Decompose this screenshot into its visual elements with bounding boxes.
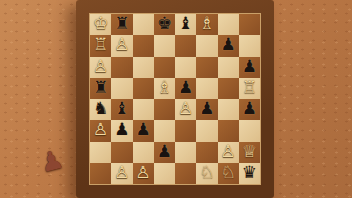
square-d1[interactable] bbox=[154, 163, 175, 184]
black-knight-piece[interactable]: ♞ bbox=[93, 100, 108, 117]
white-knight-piece[interactable]: ♘ bbox=[199, 164, 214, 181]
square-h7[interactable] bbox=[239, 35, 260, 56]
black-pawn-piece[interactable]: ♟ bbox=[136, 121, 151, 138]
square-c2[interactable] bbox=[133, 142, 154, 163]
white-pawn-piece[interactable]: ♙ bbox=[221, 143, 236, 160]
white-pawn-piece[interactable]: ♙ bbox=[114, 164, 129, 181]
square-c8[interactable] bbox=[133, 14, 154, 35]
black-pawn-piece[interactable]: ♟ bbox=[178, 79, 193, 96]
square-b6[interactable] bbox=[111, 57, 132, 78]
square-b4[interactable]: ♝ bbox=[111, 99, 132, 120]
white-pawn-piece[interactable]: ♙ bbox=[93, 58, 108, 75]
square-d2[interactable]: ♟ bbox=[154, 142, 175, 163]
square-f8[interactable]: ♗ bbox=[196, 14, 217, 35]
black-king-piece[interactable]: ♚ bbox=[157, 15, 172, 32]
square-g3[interactable] bbox=[218, 120, 239, 141]
white-king-piece[interactable]: ♔ bbox=[93, 15, 108, 32]
black-pawn-piece[interactable]: ♟ bbox=[242, 100, 257, 117]
square-e5[interactable]: ♟ bbox=[175, 78, 196, 99]
black-rook-piece[interactable]: ♜ bbox=[93, 79, 108, 96]
square-e2[interactable] bbox=[175, 142, 196, 163]
square-b8[interactable]: ♜ bbox=[111, 14, 132, 35]
square-b5[interactable] bbox=[111, 78, 132, 99]
square-a6[interactable]: ♙ bbox=[90, 57, 111, 78]
square-e4[interactable]: ♙ bbox=[175, 99, 196, 120]
square-c1[interactable]: ♙ bbox=[133, 163, 154, 184]
white-pawn-piece[interactable]: ♙ bbox=[136, 164, 151, 181]
square-a4[interactable]: ♞ bbox=[90, 99, 111, 120]
square-b3[interactable]: ♟ bbox=[111, 120, 132, 141]
square-c6[interactable] bbox=[133, 57, 154, 78]
white-queen-piece[interactable]: ♕ bbox=[242, 143, 257, 160]
square-g7[interactable]: ♟ bbox=[218, 35, 239, 56]
square-a7[interactable]: ♖ bbox=[90, 35, 111, 56]
captured-red-pawn-piece[interactable]: ♟ bbox=[37, 146, 66, 177]
white-pawn-piece[interactable]: ♙ bbox=[93, 121, 108, 138]
square-h6[interactable]: ♟ bbox=[239, 57, 260, 78]
square-f3[interactable] bbox=[196, 120, 217, 141]
square-d5[interactable]: ♗ bbox=[154, 78, 175, 99]
square-a5[interactable]: ♜ bbox=[90, 78, 111, 99]
square-g1[interactable]: ♘ bbox=[218, 163, 239, 184]
square-f6[interactable] bbox=[196, 57, 217, 78]
square-f2[interactable] bbox=[196, 142, 217, 163]
square-d3[interactable] bbox=[154, 120, 175, 141]
square-g8[interactable] bbox=[218, 14, 239, 35]
white-rook-piece[interactable]: ♖ bbox=[93, 36, 108, 53]
square-f1[interactable]: ♘ bbox=[196, 163, 217, 184]
square-a8[interactable]: ♔ bbox=[90, 14, 111, 35]
square-d6[interactable] bbox=[154, 57, 175, 78]
black-pawn-piece[interactable]: ♟ bbox=[157, 143, 172, 160]
black-pawn-piece[interactable]: ♟ bbox=[199, 100, 214, 117]
white-knight-piece[interactable]: ♘ bbox=[221, 164, 236, 181]
square-h3[interactable] bbox=[239, 120, 260, 141]
chess-board-frame: ♔♜♚♝♗♖♙♟♙♟♜♗♟♖♞♝♙♟♟♙♟♟♟♙♕♙♙♘♘♛ bbox=[76, 0, 274, 198]
square-b7[interactable]: ♙ bbox=[111, 35, 132, 56]
black-bishop-piece[interactable]: ♝ bbox=[178, 15, 193, 32]
square-f5[interactable] bbox=[196, 78, 217, 99]
square-b1[interactable]: ♙ bbox=[111, 163, 132, 184]
chess-board: ♔♜♚♝♗♖♙♟♙♟♜♗♟♖♞♝♙♟♟♙♟♟♟♙♕♙♙♘♘♛ bbox=[89, 13, 261, 185]
black-pawn-piece[interactable]: ♟ bbox=[221, 36, 236, 53]
square-h8[interactable] bbox=[239, 14, 260, 35]
white-bishop-piece[interactable]: ♗ bbox=[199, 15, 214, 32]
black-rook-piece[interactable]: ♜ bbox=[114, 15, 129, 32]
black-pawn-piece[interactable]: ♟ bbox=[242, 58, 257, 75]
square-a2[interactable] bbox=[90, 142, 111, 163]
square-a1[interactable] bbox=[90, 163, 111, 184]
square-g2[interactable]: ♙ bbox=[218, 142, 239, 163]
square-e1[interactable] bbox=[175, 163, 196, 184]
square-c5[interactable] bbox=[133, 78, 154, 99]
square-h5[interactable]: ♖ bbox=[239, 78, 260, 99]
square-h2[interactable]: ♕ bbox=[239, 142, 260, 163]
square-f4[interactable]: ♟ bbox=[196, 99, 217, 120]
square-d4[interactable] bbox=[154, 99, 175, 120]
square-g5[interactable] bbox=[218, 78, 239, 99]
black-queen-piece[interactable]: ♛ bbox=[242, 164, 257, 181]
white-pawn-piece[interactable]: ♙ bbox=[114, 36, 129, 53]
white-pawn-piece[interactable]: ♙ bbox=[178, 100, 193, 117]
square-g6[interactable] bbox=[218, 57, 239, 78]
square-e8[interactable]: ♝ bbox=[175, 14, 196, 35]
square-f7[interactable] bbox=[196, 35, 217, 56]
square-a3[interactable]: ♙ bbox=[90, 120, 111, 141]
square-h4[interactable]: ♟ bbox=[239, 99, 260, 120]
chess-table-scene: ♔♜♚♝♗♖♙♟♙♟♜♗♟♖♞♝♙♟♟♙♟♟♟♙♕♙♙♘♘♛ ♟ bbox=[0, 0, 352, 198]
square-e3[interactable] bbox=[175, 120, 196, 141]
square-e7[interactable] bbox=[175, 35, 196, 56]
square-d8[interactable]: ♚ bbox=[154, 14, 175, 35]
square-d7[interactable] bbox=[154, 35, 175, 56]
square-c3[interactable]: ♟ bbox=[133, 120, 154, 141]
square-h1[interactable]: ♛ bbox=[239, 163, 260, 184]
square-c4[interactable] bbox=[133, 99, 154, 120]
white-bishop-piece[interactable]: ♗ bbox=[157, 79, 172, 96]
black-bishop-piece[interactable]: ♝ bbox=[114, 100, 129, 117]
square-g4[interactable] bbox=[218, 99, 239, 120]
square-c7[interactable] bbox=[133, 35, 154, 56]
black-pawn-piece[interactable]: ♟ bbox=[114, 121, 129, 138]
white-rook-piece[interactable]: ♖ bbox=[242, 79, 257, 96]
square-b2[interactable] bbox=[111, 142, 132, 163]
square-e6[interactable] bbox=[175, 57, 196, 78]
